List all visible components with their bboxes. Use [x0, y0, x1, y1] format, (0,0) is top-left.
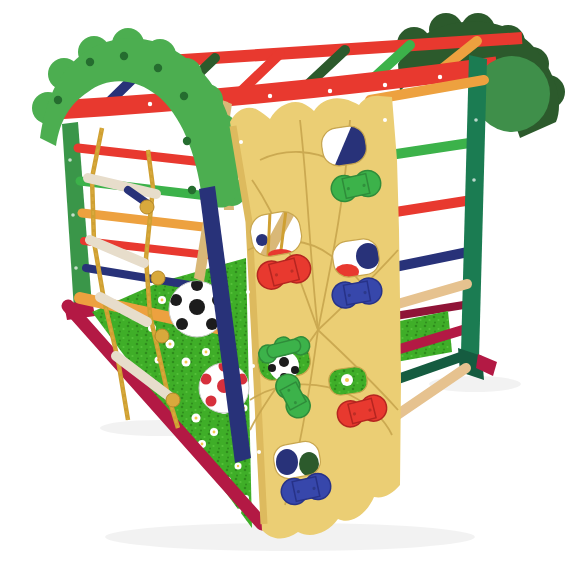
play-cube-illustration: Colourful wooden children's indoor play … [0, 0, 570, 570]
product-photo-play-cube: Colourful wooden children's indoor play … [0, 0, 570, 570]
climbing-wall [230, 96, 401, 539]
